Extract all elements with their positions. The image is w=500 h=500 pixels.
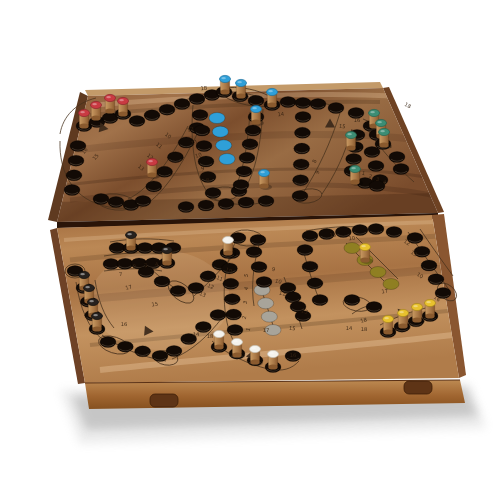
hole-number: 14 xyxy=(193,331,200,337)
hole-number: 10 xyxy=(348,235,355,242)
latch-notch xyxy=(404,381,432,394)
hole-number: 18 xyxy=(200,85,207,92)
hole-number: 18 xyxy=(404,101,413,109)
hole-number: 14 xyxy=(346,325,353,331)
hole-number: 18 xyxy=(361,326,368,332)
finish-hole-white-finish xyxy=(261,311,277,322)
latch-notch xyxy=(150,394,178,407)
hole-number: 16 xyxy=(121,321,128,327)
finish-hole-blue-finish xyxy=(212,126,228,137)
hole-number: 15 xyxy=(151,301,158,308)
hole-number: 15 xyxy=(329,232,336,239)
hole-number: 15 xyxy=(339,123,346,130)
hole-number: 18 xyxy=(207,333,214,339)
finish-hole-yellow-finish xyxy=(344,243,360,254)
hole-number: 17 xyxy=(381,288,388,295)
peg-blue[interactable] xyxy=(220,75,234,96)
finish-hole-blue-finish xyxy=(209,113,225,124)
hole-number: 16 xyxy=(354,117,361,123)
finish-hole-yellow-finish xyxy=(370,267,386,278)
finish-hole-white-finish xyxy=(258,298,274,309)
finish-hole-blue-finish xyxy=(219,154,235,165)
hole-number: 17 xyxy=(263,327,270,333)
product-photo-canvas: 1814121110981312111016151615181234897171… xyxy=(0,0,500,500)
finish-hole-blue-finish xyxy=(216,140,232,151)
hole-number: 16 xyxy=(290,352,297,358)
hole-number: 15 xyxy=(289,325,296,332)
tock-board-photo: 1814121110981312111016151615181234897171… xyxy=(0,0,500,500)
